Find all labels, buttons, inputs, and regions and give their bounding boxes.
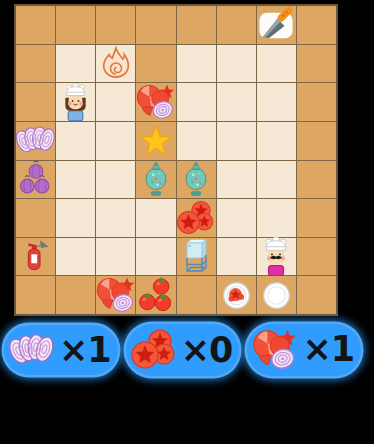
game-board bbox=[14, 4, 338, 316]
cell-r3c2[interactable] bbox=[96, 122, 135, 160]
cell-r5c5[interactable] bbox=[217, 199, 256, 237]
cell-r2c6[interactable] bbox=[257, 83, 296, 121]
hud-item-star-tomato: ×0 bbox=[126, 324, 240, 376]
cell-r0c5[interactable] bbox=[217, 6, 256, 44]
cell-r6c4[interactable] bbox=[177, 238, 216, 276]
cell-r7c6[interactable] bbox=[257, 276, 296, 314]
cell-r0c0[interactable] bbox=[16, 6, 55, 44]
cell-r1c0[interactable] bbox=[16, 45, 55, 83]
cell-r3c1[interactable] bbox=[56, 122, 95, 160]
cell-r7c5[interactable] bbox=[217, 276, 256, 314]
piece-tomato-star-pile bbox=[177, 199, 216, 237]
cell-r3c5[interactable] bbox=[217, 122, 256, 160]
cell-r5c1[interactable] bbox=[56, 199, 95, 237]
cell-r7c7[interactable] bbox=[297, 276, 336, 314]
cell-r5c3[interactable] bbox=[136, 199, 175, 237]
hud-item-sliced-onion: ×1 bbox=[4, 325, 118, 375]
piece-flame bbox=[96, 45, 135, 83]
cell-r3c3[interactable] bbox=[136, 122, 175, 160]
cell-r1c1[interactable] bbox=[56, 45, 95, 83]
cell-r4c4[interactable] bbox=[177, 161, 216, 199]
star-tomato-icon bbox=[129, 327, 179, 373]
cell-r3c7[interactable] bbox=[297, 122, 336, 160]
piece-star bbox=[136, 122, 175, 160]
cell-r1c3[interactable] bbox=[136, 45, 175, 83]
sliced-onion-icon bbox=[7, 328, 57, 372]
piece-tomato-onion-mix bbox=[136, 83, 175, 121]
cell-r3c4[interactable] bbox=[177, 122, 216, 160]
tomato-onion-mix-icon bbox=[250, 327, 300, 373]
piece-whole-onions bbox=[16, 161, 55, 199]
cell-r3c6[interactable] bbox=[257, 122, 296, 160]
cell-r6c7[interactable] bbox=[297, 238, 336, 276]
cell-r2c5[interactable] bbox=[217, 83, 256, 121]
cell-r2c3[interactable] bbox=[136, 83, 175, 121]
cell-r0c2[interactable] bbox=[96, 6, 135, 44]
piece-chef-male bbox=[257, 238, 296, 276]
cell-r2c2[interactable] bbox=[96, 83, 135, 121]
piece-counter bbox=[177, 238, 216, 276]
cell-r0c7[interactable] bbox=[297, 6, 336, 44]
cell-r4c1[interactable] bbox=[56, 161, 95, 199]
piece-knife-board bbox=[257, 6, 296, 44]
cell-r4c2[interactable] bbox=[96, 161, 135, 199]
cell-r1c6[interactable] bbox=[257, 45, 296, 83]
cell-r4c5[interactable] bbox=[217, 161, 256, 199]
cell-r5c7[interactable] bbox=[297, 199, 336, 237]
cell-r6c6[interactable] bbox=[257, 238, 296, 276]
cell-r3c0[interactable] bbox=[16, 122, 55, 160]
cell-r6c1[interactable] bbox=[56, 238, 95, 276]
cell-r7c2[interactable] bbox=[96, 276, 135, 314]
cell-r1c2[interactable] bbox=[96, 45, 135, 83]
cell-r5c6[interactable] bbox=[257, 199, 296, 237]
cell-r2c7[interactable] bbox=[297, 83, 336, 121]
cell-r2c1[interactable] bbox=[56, 83, 95, 121]
piece-onion-fan bbox=[16, 122, 55, 160]
piece-chef-female bbox=[56, 83, 95, 121]
cell-r4c0[interactable] bbox=[16, 161, 55, 199]
cell-r6c0[interactable] bbox=[16, 238, 55, 276]
cell-r0c6[interactable] bbox=[257, 6, 296, 44]
cell-r6c5[interactable] bbox=[217, 238, 256, 276]
cell-r4c3[interactable] bbox=[136, 161, 175, 199]
star-tomato-count: ×0 bbox=[181, 333, 233, 368]
game-screen: { "game": "overcooked-style cooking grid… bbox=[0, 0, 374, 444]
cell-r5c4[interactable] bbox=[177, 199, 216, 237]
tomato-onion-mix-count: ×1 bbox=[302, 332, 354, 367]
cell-r0c1[interactable] bbox=[56, 6, 95, 44]
cell-r1c7[interactable] bbox=[297, 45, 336, 83]
piece-vase bbox=[177, 161, 216, 199]
piece-vase bbox=[136, 161, 175, 199]
cell-r7c0[interactable] bbox=[16, 276, 55, 314]
cell-r4c7[interactable] bbox=[297, 161, 336, 199]
cell-r2c0[interactable] bbox=[16, 83, 55, 121]
piece-tomatoes bbox=[136, 276, 175, 314]
cell-r5c2[interactable] bbox=[96, 199, 135, 237]
cell-r4c6[interactable] bbox=[257, 161, 296, 199]
cell-r6c3[interactable] bbox=[136, 238, 175, 276]
hud-item-tomato-onion-mix: ×1 bbox=[247, 324, 361, 376]
sliced-onion-count: ×1 bbox=[59, 333, 111, 368]
piece-plate-full bbox=[217, 276, 256, 314]
cell-r5c0[interactable] bbox=[16, 199, 55, 237]
cell-r1c5[interactable] bbox=[217, 45, 256, 83]
cell-r2c4[interactable] bbox=[177, 83, 216, 121]
cell-r0c3[interactable] bbox=[136, 6, 175, 44]
piece-extinguisher bbox=[16, 238, 55, 276]
cell-r7c1[interactable] bbox=[56, 276, 95, 314]
inventory-bar: ×1 ×0 ×1 bbox=[4, 320, 361, 380]
cell-r7c4[interactable] bbox=[177, 276, 216, 314]
cell-r1c4[interactable] bbox=[177, 45, 216, 83]
cell-r6c2[interactable] bbox=[96, 238, 135, 276]
cell-r0c4[interactable] bbox=[177, 6, 216, 44]
piece-tomato-onion-mix bbox=[96, 276, 135, 314]
cell-r7c3[interactable] bbox=[136, 276, 175, 314]
piece-plate-empty bbox=[257, 276, 296, 314]
